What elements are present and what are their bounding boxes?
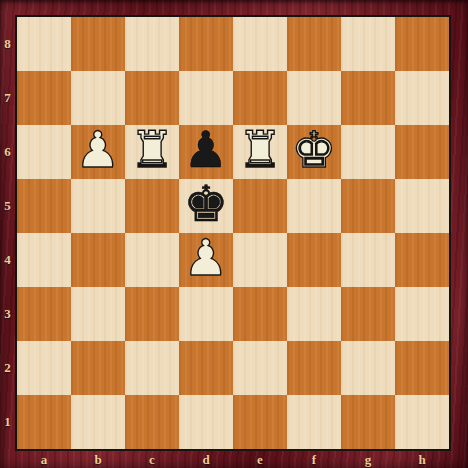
file-label-h: h (395, 451, 449, 468)
rank-label-3: 3 (0, 287, 15, 341)
square-d5[interactable]: ♚ (179, 179, 233, 233)
rank-label-1: 1 (0, 395, 15, 449)
file-label-c: c (125, 451, 179, 468)
square-e7[interactable] (233, 71, 287, 125)
rank-label-5: 5 (0, 179, 15, 233)
square-b4[interactable] (71, 233, 125, 287)
square-c8[interactable] (125, 17, 179, 71)
square-g2[interactable] (341, 341, 395, 395)
square-d8[interactable] (179, 17, 233, 71)
chess-board-frame: ♟♜♟♜♚♚♟ 87654321abcdefgh (0, 0, 468, 468)
square-d4[interactable]: ♟ (179, 233, 233, 287)
white-rook-e6[interactable]: ♜ (238, 125, 283, 175)
square-g4[interactable] (341, 233, 395, 287)
square-h6[interactable] (395, 125, 449, 179)
square-d3[interactable] (179, 287, 233, 341)
square-h7[interactable] (395, 71, 449, 125)
square-g5[interactable] (341, 179, 395, 233)
square-c2[interactable] (125, 341, 179, 395)
square-g1[interactable] (341, 395, 395, 449)
chess-board: ♟♜♟♜♚♚♟ (15, 15, 451, 451)
square-b3[interactable] (71, 287, 125, 341)
square-a6[interactable] (17, 125, 71, 179)
square-a8[interactable] (17, 17, 71, 71)
white-pawn-d4[interactable]: ♟ (184, 233, 229, 283)
square-a4[interactable] (17, 233, 71, 287)
square-f4[interactable] (287, 233, 341, 287)
square-f1[interactable] (287, 395, 341, 449)
square-c4[interactable] (125, 233, 179, 287)
file-label-d: d (179, 451, 233, 468)
square-a7[interactable] (17, 71, 71, 125)
square-c5[interactable] (125, 179, 179, 233)
black-king-d5[interactable]: ♚ (184, 179, 229, 229)
square-e2[interactable] (233, 341, 287, 395)
square-f3[interactable] (287, 287, 341, 341)
square-b2[interactable] (71, 341, 125, 395)
square-a2[interactable] (17, 341, 71, 395)
square-b1[interactable] (71, 395, 125, 449)
white-rook-c6[interactable]: ♜ (130, 125, 175, 175)
square-a3[interactable] (17, 287, 71, 341)
black-pawn-d6[interactable]: ♟ (184, 125, 229, 175)
square-d1[interactable] (179, 395, 233, 449)
square-c1[interactable] (125, 395, 179, 449)
file-label-e: e (233, 451, 287, 468)
rank-label-6: 6 (0, 125, 15, 179)
square-g6[interactable] (341, 125, 395, 179)
rank-label-4: 4 (0, 233, 15, 287)
square-a5[interactable] (17, 179, 71, 233)
square-e4[interactable] (233, 233, 287, 287)
square-e5[interactable] (233, 179, 287, 233)
square-h4[interactable] (395, 233, 449, 287)
square-e6[interactable]: ♜ (233, 125, 287, 179)
square-h3[interactable] (395, 287, 449, 341)
square-b5[interactable] (71, 179, 125, 233)
square-f5[interactable] (287, 179, 341, 233)
file-label-a: a (17, 451, 71, 468)
file-label-b: b (71, 451, 125, 468)
rank-label-2: 2 (0, 341, 15, 395)
square-c7[interactable] (125, 71, 179, 125)
file-label-g: g (341, 451, 395, 468)
square-b8[interactable] (71, 17, 125, 71)
square-d7[interactable] (179, 71, 233, 125)
square-c3[interactable] (125, 287, 179, 341)
white-pawn-b6[interactable]: ♟ (76, 125, 121, 175)
rank-label-8: 8 (0, 17, 15, 71)
file-label-f: f (287, 451, 341, 468)
square-f8[interactable] (287, 17, 341, 71)
square-h8[interactable] (395, 17, 449, 71)
square-e3[interactable] (233, 287, 287, 341)
rank-label-7: 7 (0, 71, 15, 125)
square-e1[interactable] (233, 395, 287, 449)
square-h2[interactable] (395, 341, 449, 395)
square-h1[interactable] (395, 395, 449, 449)
square-f2[interactable] (287, 341, 341, 395)
square-f7[interactable] (287, 71, 341, 125)
square-f6[interactable]: ♚ (287, 125, 341, 179)
white-king-f6[interactable]: ♚ (292, 125, 337, 175)
square-e8[interactable] (233, 17, 287, 71)
square-g3[interactable] (341, 287, 395, 341)
square-b7[interactable] (71, 71, 125, 125)
square-a1[interactable] (17, 395, 71, 449)
square-h5[interactable] (395, 179, 449, 233)
square-g7[interactable] (341, 71, 395, 125)
square-d6[interactable]: ♟ (179, 125, 233, 179)
square-c6[interactable]: ♜ (125, 125, 179, 179)
square-b6[interactable]: ♟ (71, 125, 125, 179)
square-g8[interactable] (341, 17, 395, 71)
square-d2[interactable] (179, 341, 233, 395)
